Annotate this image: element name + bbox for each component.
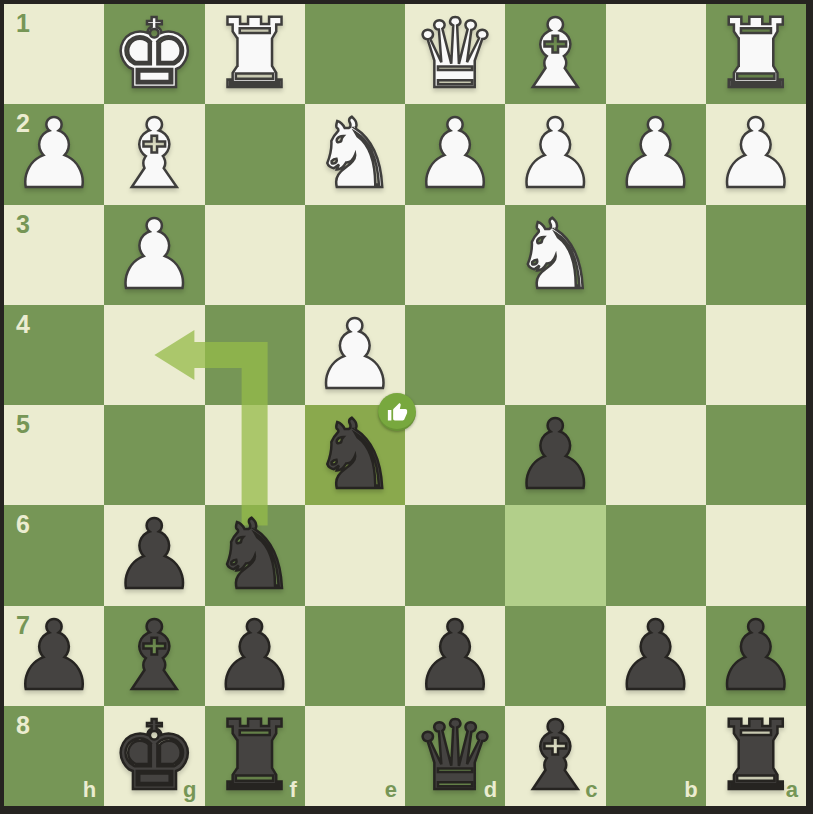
- piece-black-rook[interactable]: ♜: [212, 708, 298, 804]
- square-c3[interactable]: ♞: [505, 205, 605, 305]
- square-g7[interactable]: ♝: [104, 606, 204, 706]
- square-c4[interactable]: [505, 305, 605, 405]
- piece-white-queen[interactable]: ♛: [412, 6, 498, 102]
- file-label-e: e: [385, 779, 397, 801]
- square-c8[interactable]: c♝: [505, 706, 605, 806]
- piece-black-pawn[interactable]: ♟: [111, 507, 197, 603]
- square-g8[interactable]: g♚: [104, 706, 204, 806]
- square-c5[interactable]: ♟: [505, 405, 605, 505]
- thumbs-up-icon: [387, 402, 408, 423]
- rank-label-5: 5: [16, 412, 30, 437]
- piece-white-pawn[interactable]: ♟: [713, 106, 799, 202]
- square-e1[interactable]: [305, 4, 405, 104]
- file-label-b: b: [684, 779, 697, 801]
- piece-black-knight[interactable]: ♞: [212, 507, 298, 603]
- square-f2[interactable]: [205, 104, 305, 204]
- square-b5[interactable]: [606, 405, 706, 505]
- piece-white-knight[interactable]: ♞: [512, 207, 598, 303]
- rank-label-6: 6: [16, 512, 30, 537]
- square-c6[interactable]: [505, 505, 605, 605]
- piece-white-rook[interactable]: ♜: [212, 6, 298, 102]
- piece-white-rook[interactable]: ♜: [713, 6, 799, 102]
- square-e7[interactable]: [305, 606, 405, 706]
- square-e2[interactable]: ♞: [305, 104, 405, 204]
- rank-label-8: 8: [16, 713, 30, 738]
- square-b2[interactable]: ♟: [606, 104, 706, 204]
- piece-black-bishop[interactable]: ♝: [512, 708, 598, 804]
- square-c2[interactable]: ♟: [505, 104, 605, 204]
- square-f6[interactable]: ♞: [205, 505, 305, 605]
- square-b3[interactable]: [606, 205, 706, 305]
- square-f3[interactable]: [205, 205, 305, 305]
- piece-black-pawn[interactable]: ♟: [11, 608, 97, 704]
- square-a2[interactable]: ♟: [706, 104, 806, 204]
- square-g1[interactable]: ♚: [104, 4, 204, 104]
- square-f8[interactable]: f♜: [205, 706, 305, 806]
- rank-label-1: 1: [16, 11, 30, 36]
- square-d4[interactable]: [405, 305, 505, 405]
- rank-label-4: 4: [16, 312, 30, 337]
- square-g5[interactable]: [104, 405, 204, 505]
- piece-white-king[interactable]: ♚: [111, 6, 197, 102]
- piece-white-pawn[interactable]: ♟: [613, 106, 699, 202]
- square-h2[interactable]: 2♟: [4, 104, 104, 204]
- piece-black-queen[interactable]: ♛: [412, 708, 498, 804]
- square-a6[interactable]: [706, 505, 806, 605]
- file-label-h: h: [83, 779, 96, 801]
- piece-black-king[interactable]: ♚: [111, 708, 197, 804]
- square-a1[interactable]: ♜: [706, 4, 806, 104]
- piece-black-bishop[interactable]: ♝: [111, 608, 197, 704]
- square-f4[interactable]: [205, 305, 305, 405]
- piece-white-pawn[interactable]: ♟: [312, 307, 398, 403]
- piece-white-pawn[interactable]: ♟: [11, 106, 97, 202]
- square-b8[interactable]: b: [606, 706, 706, 806]
- square-a4[interactable]: [706, 305, 806, 405]
- square-d6[interactable]: [405, 505, 505, 605]
- square-a7[interactable]: ♟: [706, 606, 806, 706]
- square-e8[interactable]: e: [305, 706, 405, 806]
- square-b1[interactable]: [606, 4, 706, 104]
- square-h3[interactable]: 3: [4, 205, 104, 305]
- move-feedback-badge: [378, 393, 416, 431]
- square-h4[interactable]: 4: [4, 305, 104, 405]
- square-d2[interactable]: ♟: [405, 104, 505, 204]
- square-g2[interactable]: ♝: [104, 104, 204, 204]
- square-d7[interactable]: ♟: [405, 606, 505, 706]
- piece-white-knight[interactable]: ♞: [312, 106, 398, 202]
- square-g6[interactable]: ♟: [104, 505, 204, 605]
- square-d5[interactable]: [405, 405, 505, 505]
- square-g4[interactable]: [104, 305, 204, 405]
- square-d8[interactable]: d♛: [405, 706, 505, 806]
- square-b7[interactable]: ♟: [606, 606, 706, 706]
- square-a3[interactable]: [706, 205, 806, 305]
- square-d3[interactable]: [405, 205, 505, 305]
- square-h7[interactable]: 7♟: [4, 606, 104, 706]
- square-f7[interactable]: ♟: [205, 606, 305, 706]
- square-b6[interactable]: [606, 505, 706, 605]
- piece-black-pawn[interactable]: ♟: [713, 608, 799, 704]
- square-h5[interactable]: 5: [4, 405, 104, 505]
- piece-white-bishop[interactable]: ♝: [512, 6, 598, 102]
- square-h8[interactable]: 8h: [4, 706, 104, 806]
- piece-black-pawn[interactable]: ♟: [512, 407, 598, 503]
- square-d1[interactable]: ♛: [405, 4, 505, 104]
- square-h6[interactable]: 6: [4, 505, 104, 605]
- piece-white-bishop[interactable]: ♝: [111, 106, 197, 202]
- piece-black-pawn[interactable]: ♟: [613, 608, 699, 704]
- square-c1[interactable]: ♝: [505, 4, 605, 104]
- square-a5[interactable]: [706, 405, 806, 505]
- piece-white-pawn[interactable]: ♟: [412, 106, 498, 202]
- square-e6[interactable]: [305, 505, 405, 605]
- square-e3[interactable]: [305, 205, 405, 305]
- square-g3[interactable]: ♟: [104, 205, 204, 305]
- square-a8[interactable]: a♜: [706, 706, 806, 806]
- piece-white-pawn[interactable]: ♟: [512, 106, 598, 202]
- square-f1[interactable]: ♜: [205, 4, 305, 104]
- rank-label-3: 3: [16, 212, 30, 237]
- square-e4[interactable]: ♟: [305, 305, 405, 405]
- square-c7[interactable]: [505, 606, 605, 706]
- piece-black-rook[interactable]: ♜: [713, 708, 799, 804]
- square-f5[interactable]: [205, 405, 305, 505]
- piece-white-pawn[interactable]: ♟: [111, 207, 197, 303]
- piece-black-pawn[interactable]: ♟: [412, 608, 498, 704]
- piece-black-pawn[interactable]: ♟: [212, 608, 298, 704]
- square-h1[interactable]: 1: [4, 4, 104, 104]
- square-b4[interactable]: [606, 305, 706, 405]
- board-frame: 1♚♜♛♝♜2♟♝♞♟♟♟♟3♟♞4♟5♞♟6♟♞7♟♝♟♟♟♟8hg♚f♜ed…: [0, 0, 813, 814]
